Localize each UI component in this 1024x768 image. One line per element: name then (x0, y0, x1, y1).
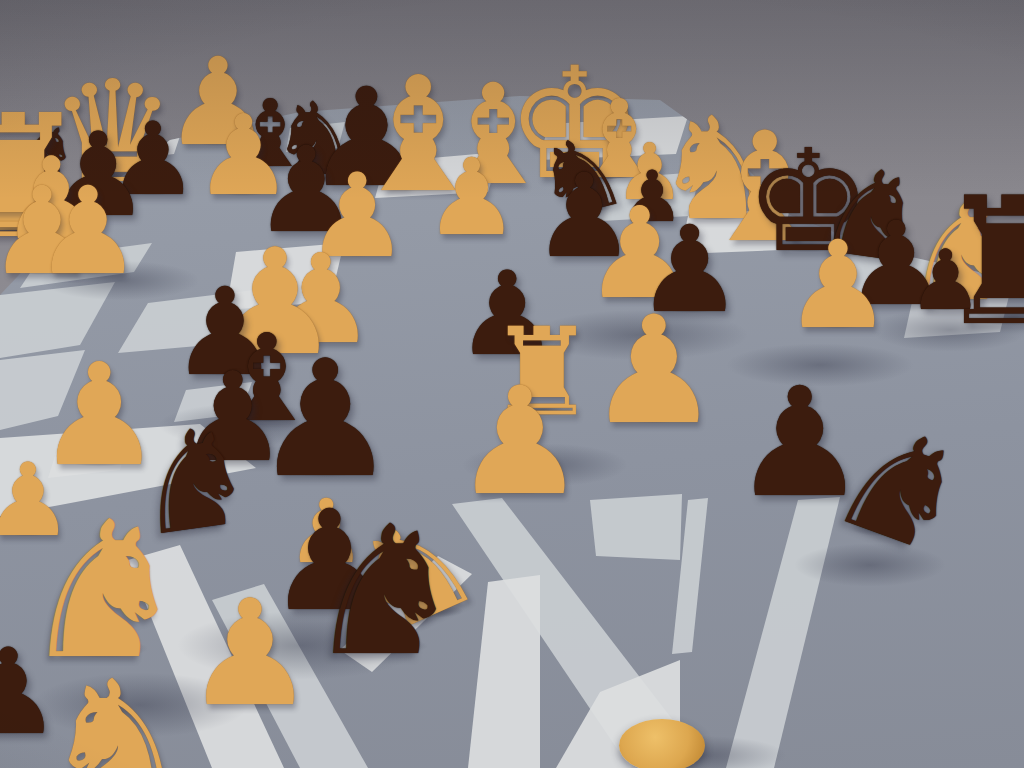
rook-glyph: ♜ (935, 191, 1024, 336)
pawn-glyph: ♟ (425, 155, 520, 242)
dark-rook: ♜ (944, 178, 1024, 318)
pawn-glyph: ♟ (34, 183, 142, 282)
knight-glyph: ♞ (305, 518, 465, 665)
light-pawn: ♟ (40, 174, 136, 270)
pawn-glyph: ♟ (784, 237, 892, 336)
dark-knight: ♞ (828, 414, 944, 530)
light-knight: ♞ (51, 663, 186, 768)
knight-glyph: ♞ (42, 675, 194, 768)
dark-knight: ♞ (314, 505, 456, 647)
light-pawn: ♟ (430, 147, 514, 231)
pawn-glyph: ♟ (587, 310, 720, 432)
pawn-glyph: ♟ (184, 593, 315, 713)
pawn-glyph: ♟ (453, 381, 586, 503)
light-piece-top-disc (619, 719, 705, 768)
dark-pawn: ♟ (261, 342, 389, 470)
light-pawn: ♟ (192, 582, 308, 698)
chess-photo-scene: ♜♞♛♟♟♟♟♟♟♟♟♝♞♟♟♟♝♝♟♚♝♞♟♟♟♟♟♞♝♚♞♟♟♟♞♜♟♟♟♟… (0, 0, 1024, 768)
light-pawn: ♟ (790, 228, 886, 324)
light-pawn: ♟ (461, 370, 579, 488)
light-pawn: ♟ (595, 299, 713, 417)
pawn-glyph: ♟ (253, 354, 398, 486)
